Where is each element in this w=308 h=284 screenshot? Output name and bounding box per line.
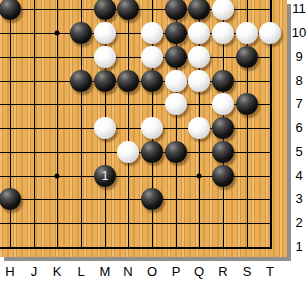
grid-line-vertical (128, 0, 129, 249)
white-stone[interactable] (236, 22, 258, 44)
black-stone[interactable] (212, 165, 234, 187)
white-stone[interactable] (141, 117, 163, 139)
white-stone[interactable] (141, 22, 163, 44)
column-label: R (215, 264, 231, 279)
black-stone[interactable] (165, 22, 187, 44)
column-label: T (262, 264, 278, 279)
column-label: H (2, 264, 18, 279)
white-stone[interactable] (212, 22, 234, 44)
row-label: 8 (290, 73, 308, 89)
black-stone[interactable] (94, 0, 116, 20)
white-stone[interactable] (94, 22, 116, 44)
row-label: 5 (290, 144, 308, 160)
black-stone[interactable] (212, 117, 234, 139)
black-stone[interactable] (141, 141, 163, 163)
black-stone[interactable] (236, 93, 258, 115)
column-label: J (26, 264, 42, 279)
star-point (55, 174, 60, 179)
row-label: 4 (290, 168, 308, 184)
black-stone[interactable] (212, 70, 234, 92)
white-stone[interactable] (188, 70, 210, 92)
column-label: M (97, 264, 113, 279)
grid-line-vertical (34, 0, 35, 249)
grid-line-horizontal (0, 247, 272, 249)
row-label: 2 (290, 215, 308, 231)
black-stone[interactable] (141, 188, 163, 210)
move-1-stone[interactable]: 1 (94, 165, 116, 187)
white-stone[interactable] (165, 70, 187, 92)
white-stone[interactable] (188, 22, 210, 44)
black-stone[interactable] (70, 70, 92, 92)
column-label: S (239, 264, 255, 279)
black-stone[interactable] (70, 22, 92, 44)
column-label: N (120, 264, 136, 279)
black-stone[interactable] (117, 0, 139, 20)
black-stone[interactable] (0, 188, 21, 210)
black-stone[interactable] (165, 0, 187, 20)
black-stone[interactable] (0, 0, 21, 20)
black-stone[interactable] (94, 70, 116, 92)
column-label: K (49, 264, 65, 279)
grid-line-vertical (57, 0, 58, 249)
white-stone[interactable] (212, 0, 234, 20)
white-stone[interactable] (165, 93, 187, 115)
go-board-viewport: 1 HJKLMNOPQRST 1110987654321 (0, 0, 308, 284)
black-stone[interactable] (236, 46, 258, 68)
white-stone[interactable] (259, 22, 281, 44)
black-stone[interactable] (165, 46, 187, 68)
star-point (55, 31, 60, 36)
grid-line-horizontal (0, 199, 272, 200)
column-label: Q (191, 264, 207, 279)
grid-line-vertical (10, 0, 11, 249)
column-label: O (144, 264, 160, 279)
row-label: 7 (290, 96, 308, 112)
row-label: 6 (290, 120, 308, 136)
row-label: 10 (290, 25, 308, 41)
row-label: 9 (290, 49, 308, 65)
black-stone[interactable] (141, 70, 163, 92)
column-label: P (168, 264, 184, 279)
row-label: 1 (290, 239, 308, 255)
star-point (197, 174, 202, 179)
move-number-label: 1 (94, 165, 116, 187)
grid-line-horizontal (0, 57, 272, 58)
row-label: 11 (290, 1, 308, 17)
black-stone[interactable] (212, 141, 234, 163)
white-stone[interactable] (94, 46, 116, 68)
white-stone[interactable] (188, 46, 210, 68)
go-board[interactable]: 1 (0, 0, 287, 257)
black-stone[interactable] (188, 0, 210, 20)
white-stone[interactable] (141, 46, 163, 68)
black-stone[interactable] (165, 141, 187, 163)
column-label: L (73, 264, 89, 279)
white-stone[interactable] (212, 93, 234, 115)
row-label: 3 (290, 191, 308, 207)
black-stone[interactable] (117, 70, 139, 92)
grid-line-horizontal (0, 223, 272, 224)
white-stone[interactable] (188, 117, 210, 139)
white-stone[interactable] (94, 117, 116, 139)
white-stone[interactable] (117, 141, 139, 163)
